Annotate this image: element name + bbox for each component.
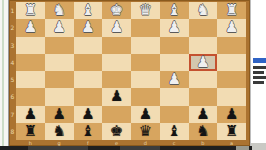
square-b4[interactable]: ♟ <box>189 54 218 71</box>
square-d1[interactable]: ♛ <box>131 2 160 19</box>
square-c2[interactable]: ♟ <box>160 19 189 36</box>
move-list-row[interactable] <box>253 76 266 79</box>
black-king-e8[interactable]: ♚ <box>102 123 131 140</box>
square-d8[interactable]: ♛ <box>131 123 160 140</box>
chess-board-frame: 12345678 ♜♞♝♚♛♝♞♜♟♟♟♟♟♟♟♟♟♟♟♟♟♟♟♜♞♝♚♛♝♞♜… <box>9 0 250 146</box>
white-bishop-c1[interactable]: ♝ <box>160 2 189 19</box>
square-d2[interactable] <box>131 19 160 36</box>
black-pawn-f7[interactable]: ♟ <box>74 106 103 123</box>
square-a2[interactable]: ♟ <box>217 19 246 36</box>
window-left-edge <box>0 0 9 150</box>
square-b8[interactable]: ♞ <box>189 123 218 140</box>
square-e8[interactable]: ♚ <box>102 123 131 140</box>
white-pawn-b4[interactable]: ♟ <box>189 54 218 71</box>
move-list-row[interactable] <box>253 81 264 84</box>
square-h8[interactable]: ♜ <box>16 123 45 140</box>
white-pawn-c2[interactable]: ♟ <box>160 19 189 36</box>
white-pawn-g2[interactable]: ♟ <box>45 19 74 36</box>
white-rook-h1[interactable]: ♜ <box>16 2 45 19</box>
white-knight-b1[interactable]: ♞ <box>189 2 218 19</box>
black-pawn-e6[interactable]: ♟ <box>102 88 131 105</box>
rank-label-4: 4 <box>9 54 16 71</box>
square-f6[interactable] <box>74 88 103 105</box>
rank-label-1: 1 <box>9 2 16 19</box>
black-pawn-g7[interactable]: ♟ <box>45 106 74 123</box>
window-edge-accent <box>2 0 4 150</box>
black-pawn-b7[interactable]: ♟ <box>189 106 218 123</box>
square-d6[interactable] <box>131 88 160 105</box>
white-pawn-f2[interactable]: ♟ <box>74 19 103 36</box>
rank-label-5: 5 <box>9 71 16 88</box>
square-c7[interactable] <box>160 106 189 123</box>
move-list-selected-row[interactable] <box>253 58 266 63</box>
white-queen-d1[interactable]: ♛ <box>131 2 160 19</box>
square-h4[interactable] <box>16 54 45 71</box>
square-c5[interactable]: ♟ <box>160 71 189 88</box>
white-knight-g1[interactable]: ♞ <box>45 2 74 19</box>
square-c4[interactable] <box>160 54 189 71</box>
square-c6[interactable] <box>160 88 189 105</box>
square-f8[interactable]: ♝ <box>74 123 103 140</box>
square-f4[interactable] <box>74 54 103 71</box>
rank-label-6: 6 <box>9 88 16 105</box>
square-f5[interactable] <box>74 71 103 88</box>
black-pawn-h7[interactable]: ♟ <box>16 106 45 123</box>
square-d7[interactable]: ♟ <box>131 106 160 123</box>
move-list-row[interactable] <box>253 71 264 74</box>
square-b5[interactable] <box>189 71 218 88</box>
square-g4[interactable] <box>45 54 74 71</box>
black-bishop-f8[interactable]: ♝ <box>74 123 103 140</box>
square-e4[interactable] <box>102 54 131 71</box>
rank-coordinates: 12345678 <box>9 2 16 140</box>
move-list-panel-truncated[interactable] <box>250 0 266 150</box>
square-g2[interactable]: ♟ <box>45 19 74 36</box>
square-g6[interactable] <box>45 88 74 105</box>
square-h1[interactable]: ♜ <box>16 2 45 19</box>
black-rook-h8[interactable]: ♜ <box>16 123 45 140</box>
square-a4[interactable] <box>217 54 246 71</box>
square-a5[interactable] <box>217 71 246 88</box>
square-e6[interactable]: ♟ <box>102 88 131 105</box>
square-g8[interactable]: ♞ <box>45 123 74 140</box>
black-rook-a8[interactable]: ♜ <box>217 123 246 140</box>
black-pawn-d7[interactable]: ♟ <box>131 106 160 123</box>
black-bishop-c8[interactable]: ♝ <box>160 123 189 140</box>
bottom-toolbar <box>0 146 252 150</box>
square-c8[interactable]: ♝ <box>160 123 189 140</box>
square-d3[interactable] <box>131 37 160 54</box>
square-a7[interactable]: ♟ <box>217 106 246 123</box>
toolbar-segment <box>28 146 88 150</box>
chess-board[interactable]: ♜♞♝♚♛♝♞♜♟♟♟♟♟♟♟♟♟♟♟♟♟♟♟♜♞♝♚♛♝♞♜ <box>16 2 246 140</box>
square-a8[interactable]: ♜ <box>217 123 246 140</box>
black-knight-b8[interactable]: ♞ <box>189 123 218 140</box>
white-pawn-a2[interactable]: ♟ <box>217 19 246 36</box>
square-e2[interactable]: ♟ <box>102 19 131 36</box>
toolbar-status-patch <box>236 146 249 150</box>
square-h5[interactable] <box>16 71 45 88</box>
square-f7[interactable]: ♟ <box>74 106 103 123</box>
white-rook-a1[interactable]: ♜ <box>217 2 246 19</box>
square-g1[interactable]: ♞ <box>45 2 74 19</box>
square-b7[interactable]: ♟ <box>189 106 218 123</box>
rank-label-8: 8 <box>9 123 16 140</box>
toolbar-segment <box>120 146 160 150</box>
square-d4[interactable] <box>131 54 160 71</box>
white-pawn-c5[interactable]: ♟ <box>160 71 189 88</box>
square-h6[interactable] <box>16 88 45 105</box>
square-h3[interactable] <box>16 37 45 54</box>
rank-label-2: 2 <box>9 19 16 36</box>
square-g3[interactable] <box>45 37 74 54</box>
square-d5[interactable] <box>131 71 160 88</box>
square-f3[interactable] <box>74 37 103 54</box>
square-e7[interactable] <box>102 106 131 123</box>
square-b3[interactable] <box>189 37 218 54</box>
black-knight-g8[interactable]: ♞ <box>45 123 74 140</box>
square-a6[interactable] <box>217 88 246 105</box>
square-f2[interactable]: ♟ <box>74 19 103 36</box>
white-king-e1[interactable]: ♚ <box>102 2 131 19</box>
white-pawn-h2[interactable]: ♟ <box>16 19 45 36</box>
app-window: 12345678 ♜♞♝♚♛♝♞♜♟♟♟♟♟♟♟♟♟♟♟♟♟♟♟♜♞♝♚♛♝♞♜… <box>0 0 266 150</box>
square-a1[interactable]: ♜ <box>217 2 246 19</box>
black-pawn-a7[interactable]: ♟ <box>217 106 246 123</box>
move-list-row[interactable] <box>253 66 266 69</box>
square-e5[interactable] <box>102 71 131 88</box>
square-b6[interactable] <box>189 88 218 105</box>
square-g7[interactable]: ♟ <box>45 106 74 123</box>
white-pawn-e2[interactable]: ♟ <box>102 19 131 36</box>
square-c3[interactable] <box>160 37 189 54</box>
rank-label-3: 3 <box>9 37 16 54</box>
square-h7[interactable]: ♟ <box>16 106 45 123</box>
square-a3[interactable] <box>217 37 246 54</box>
square-g5[interactable] <box>45 71 74 88</box>
rank-label-7: 7 <box>9 106 16 123</box>
black-queen-d8[interactable]: ♛ <box>131 123 160 140</box>
square-e3[interactable] <box>102 37 131 54</box>
square-b2[interactable] <box>189 19 218 36</box>
panel-bottom-corner <box>251 143 266 150</box>
white-bishop-f1[interactable]: ♝ <box>74 2 103 19</box>
square-h2[interactable]: ♟ <box>16 19 45 36</box>
square-e1[interactable]: ♚ <box>102 2 131 19</box>
square-f1[interactable]: ♝ <box>74 2 103 19</box>
square-b1[interactable]: ♞ <box>189 2 218 19</box>
square-c1[interactable]: ♝ <box>160 2 189 19</box>
